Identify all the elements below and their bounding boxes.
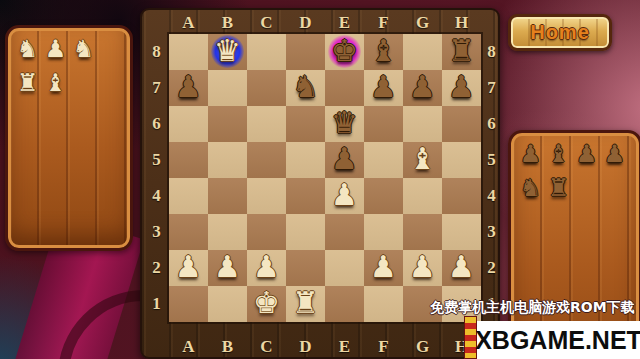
captured-black-bishop: ♝ — [546, 140, 571, 170]
square-h6[interactable] — [442, 106, 481, 142]
square-a5[interactable] — [169, 142, 208, 178]
piece-black-pawn[interactable]: ♟ — [364, 70, 403, 106]
square-b2[interactable]: ♟ — [208, 250, 247, 286]
square-e8[interactable]: ♚ — [325, 34, 364, 70]
square-h2[interactable]: ♟ — [442, 250, 481, 286]
piece-black-pawn[interactable]: ♟ — [442, 70, 481, 106]
square-a2[interactable]: ♟ — [169, 250, 208, 286]
square-c2[interactable]: ♟ — [247, 250, 286, 286]
square-c3[interactable] — [247, 214, 286, 250]
square-a6[interactable] — [169, 106, 208, 142]
square-d3[interactable] — [286, 214, 325, 250]
square-d5[interactable] — [286, 142, 325, 178]
captured-white-rook: ♜ — [15, 69, 40, 99]
piece-white-pawn[interactable]: ♟ — [325, 178, 364, 214]
file-label-bottom-d: D — [286, 336, 325, 358]
piece-white-pawn[interactable]: ♟ — [442, 250, 481, 286]
square-c4[interactable] — [247, 178, 286, 214]
rank-label-left-3: 3 — [146, 214, 167, 250]
square-g4[interactable] — [403, 178, 442, 214]
piece-black-king[interactable]: ♚ — [325, 34, 364, 70]
square-f6[interactable] — [364, 106, 403, 142]
home-button-label: Home — [530, 21, 590, 44]
square-b1[interactable] — [208, 286, 247, 322]
file-label-top-h: H — [442, 12, 481, 34]
square-g2[interactable]: ♟ — [403, 250, 442, 286]
square-d4[interactable] — [286, 178, 325, 214]
square-g7[interactable]: ♟ — [403, 70, 442, 106]
square-c1[interactable]: ♚ — [247, 286, 286, 322]
file-label-top-e: E — [325, 12, 364, 34]
square-e6[interactable]: ♛ — [325, 106, 364, 142]
piece-black-pawn[interactable]: ♟ — [403, 70, 442, 106]
captured-white-knight: ♞ — [15, 35, 40, 65]
square-b7[interactable] — [208, 70, 247, 106]
square-f3[interactable] — [364, 214, 403, 250]
square-f5[interactable] — [364, 142, 403, 178]
piece-white-pawn[interactable]: ♟ — [403, 250, 442, 286]
piece-black-queen[interactable]: ♛ — [325, 106, 364, 142]
piece-white-pawn[interactable]: ♟ — [208, 250, 247, 286]
square-d8[interactable] — [286, 34, 325, 70]
square-b6[interactable] — [208, 106, 247, 142]
captured-black-rook: ♜ — [546, 174, 571, 204]
square-e5[interactable]: ♟ — [325, 142, 364, 178]
square-h5[interactable] — [442, 142, 481, 178]
file-label-top-c: C — [247, 12, 286, 34]
rank-label-right-2: 2 — [481, 250, 502, 286]
square-a3[interactable] — [169, 214, 208, 250]
rank-label-left-4: 4 — [146, 178, 167, 214]
piece-white-bishop[interactable]: ♝ — [403, 142, 442, 178]
file-label-top-b: B — [208, 12, 247, 34]
game-screen: ♞♟♞♜♝ ♛♚♝♜♟♞♟♟♟♛♟♝♟♟♟♟♟♟♟♚♜ AABBCCDDEEFF… — [0, 0, 640, 359]
square-c6[interactable] — [247, 106, 286, 142]
captured-black-pieces: ♟♝♟♟♞♜ — [511, 133, 639, 211]
rank-label-right-3: 3 — [481, 214, 502, 250]
rank-label-right-7: 7 — [481, 70, 502, 106]
file-label-top-a: A — [169, 12, 208, 34]
square-h3[interactable] — [442, 214, 481, 250]
square-a4[interactable] — [169, 178, 208, 214]
square-e3[interactable] — [325, 214, 364, 250]
square-e2[interactable] — [325, 250, 364, 286]
captured-black-pawn: ♟ — [518, 140, 543, 170]
square-f7[interactable]: ♟ — [364, 70, 403, 106]
square-h8[interactable]: ♜ — [442, 34, 481, 70]
file-label-bottom-b: B — [208, 336, 247, 358]
square-b8[interactable]: ♛ — [208, 34, 247, 70]
board-squares: ♛♚♝♜♟♞♟♟♟♛♟♝♟♟♟♟♟♟♟♚♜ — [169, 34, 481, 322]
home-button[interactable]: Home — [508, 14, 612, 51]
square-g6[interactable] — [403, 106, 442, 142]
rank-label-right-6: 6 — [481, 106, 502, 142]
captured-black-pawn: ♟ — [602, 140, 627, 170]
square-b4[interactable] — [208, 178, 247, 214]
square-e1[interactable] — [325, 286, 364, 322]
square-c5[interactable] — [247, 142, 286, 178]
rank-label-right-4: 4 — [481, 178, 502, 214]
watermark-text: 免费掌机主机电脑游戏ROM下载 — [430, 299, 635, 317]
square-f2[interactable]: ♟ — [364, 250, 403, 286]
square-d1[interactable]: ♜ — [286, 286, 325, 322]
file-label-top-f: F — [364, 12, 403, 34]
rank-label-left-2: 2 — [146, 250, 167, 286]
square-d6[interactable] — [286, 106, 325, 142]
square-g5[interactable]: ♝ — [403, 142, 442, 178]
watermark-site-box: XBGAME.NET — [477, 321, 640, 359]
rank-label-left-6: 6 — [146, 106, 167, 142]
captured-white-bishop: ♝ — [43, 69, 68, 99]
square-a1[interactable] — [169, 286, 208, 322]
piece-white-queen[interactable]: ♛ — [208, 34, 247, 70]
rank-label-left-7: 7 — [146, 70, 167, 106]
watermark-site-label: XBGAME.NET — [475, 326, 640, 355]
rank-label-right-8: 8 — [481, 34, 502, 70]
square-f1[interactable] — [364, 286, 403, 322]
piece-white-king[interactable]: ♚ — [247, 286, 286, 322]
rank-label-left-5: 5 — [146, 142, 167, 178]
piece-black-bishop[interactable]: ♝ — [364, 34, 403, 70]
square-a8[interactable] — [169, 34, 208, 70]
rank-label-left-1: 1 — [146, 286, 167, 322]
file-label-bottom-a: A — [169, 336, 208, 358]
square-e4[interactable]: ♟ — [325, 178, 364, 214]
piece-white-rook[interactable]: ♜ — [286, 286, 325, 322]
file-label-bottom-e: E — [325, 336, 364, 358]
piece-black-pawn[interactable]: ♟ — [169, 70, 208, 106]
square-e7[interactable] — [325, 70, 364, 106]
square-c7[interactable] — [247, 70, 286, 106]
square-d7[interactable]: ♞ — [286, 70, 325, 106]
piece-white-pawn[interactable]: ♟ — [169, 250, 208, 286]
square-b3[interactable] — [208, 214, 247, 250]
file-label-bottom-g: G — [403, 336, 442, 358]
rank-label-right-5: 5 — [481, 142, 502, 178]
piece-black-pawn[interactable]: ♟ — [325, 142, 364, 178]
file-label-bottom-c: C — [247, 336, 286, 358]
square-f4[interactable] — [364, 178, 403, 214]
square-h7[interactable]: ♟ — [442, 70, 481, 106]
piece-black-rook[interactable]: ♜ — [442, 34, 481, 70]
piece-white-pawn[interactable]: ♟ — [364, 250, 403, 286]
square-g3[interactable] — [403, 214, 442, 250]
file-label-top-d: D — [286, 12, 325, 34]
square-b5[interactable] — [208, 142, 247, 178]
square-c8[interactable] — [247, 34, 286, 70]
captured-white-pieces: ♞♟♞♜♝ — [8, 28, 130, 106]
square-h4[interactable] — [442, 178, 481, 214]
file-label-bottom-f: F — [364, 336, 403, 358]
piece-white-pawn[interactable]: ♟ — [247, 250, 286, 286]
square-f8[interactable]: ♝ — [364, 34, 403, 70]
rank-label-left-8: 8 — [146, 34, 167, 70]
captured-white-knight: ♞ — [71, 35, 96, 65]
square-g8[interactable] — [403, 34, 442, 70]
square-d2[interactable] — [286, 250, 325, 286]
piece-black-knight[interactable]: ♞ — [286, 70, 325, 106]
captured-black-knight: ♞ — [518, 174, 543, 204]
captured-white-pawn: ♟ — [43, 35, 68, 65]
captured-pieces-tray-left: ♞♟♞♜♝ — [5, 25, 133, 251]
square-a7[interactable]: ♟ — [169, 70, 208, 106]
captured-black-pawn: ♟ — [574, 140, 599, 170]
file-label-top-g: G — [403, 12, 442, 34]
